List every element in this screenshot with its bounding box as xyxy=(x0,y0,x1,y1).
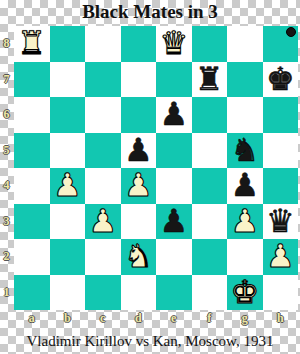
board-square-d3[interactable] xyxy=(121,204,157,240)
board-square-d5[interactable]: ♟ xyxy=(121,133,157,169)
board-square-e3[interactable]: ♟ xyxy=(156,204,192,240)
board-square-d6[interactable] xyxy=(121,97,157,133)
piece-black-pawn-d5[interactable]: ♟ xyxy=(124,133,153,169)
board-square-e1[interactable] xyxy=(156,275,192,311)
file-label-a: a xyxy=(14,311,50,326)
board-square-g4[interactable]: ♟ xyxy=(227,168,263,204)
rank-label-5: 5 xyxy=(0,133,13,169)
file-label-h: h xyxy=(263,311,299,326)
file-label-e: e xyxy=(156,311,192,326)
board-square-g1[interactable]: ♚ xyxy=(227,275,263,311)
board-square-c4[interactable] xyxy=(85,168,121,204)
board-square-b6[interactable] xyxy=(50,97,86,133)
rank-labels: 87654321 xyxy=(0,26,13,310)
board-square-g2[interactable] xyxy=(227,239,263,275)
board-square-b3[interactable] xyxy=(50,204,86,240)
file-label-g: g xyxy=(227,311,263,326)
file-labels: abcdefgh xyxy=(14,311,298,326)
board-square-a7[interactable] xyxy=(14,62,50,98)
board-square-f2[interactable] xyxy=(192,239,228,275)
board-square-a1[interactable] xyxy=(14,275,50,311)
board-square-e2[interactable] xyxy=(156,239,192,275)
board-square-h5[interactable] xyxy=(263,133,299,169)
piece-black-rook-f7[interactable]: ♜ xyxy=(195,62,224,98)
board-square-a4[interactable] xyxy=(14,168,50,204)
board-square-h4[interactable] xyxy=(263,168,299,204)
board-square-d8[interactable] xyxy=(121,26,157,62)
board-square-b8[interactable] xyxy=(50,26,86,62)
board-square-b5[interactable] xyxy=(50,133,86,169)
file-label-f: f xyxy=(192,311,228,326)
board-square-c8[interactable] xyxy=(85,26,121,62)
puzzle-page: Black Mates in 3 87654321 ♜♛♜♚♟♟♞♟♟♟♟♟♟♛… xyxy=(0,0,300,354)
board-square-f5[interactable] xyxy=(192,133,228,169)
board-square-h1[interactable] xyxy=(263,275,299,311)
rank-label-2: 2 xyxy=(0,239,13,275)
board-square-b2[interactable] xyxy=(50,239,86,275)
piece-white-pawn-g3[interactable]: ♟ xyxy=(230,204,259,240)
piece-white-pawn-c3[interactable]: ♟ xyxy=(88,204,117,240)
board-square-d2[interactable]: ♞ xyxy=(121,239,157,275)
board-square-f8[interactable] xyxy=(192,26,228,62)
board-square-e5[interactable] xyxy=(156,133,192,169)
board-square-f1[interactable] xyxy=(192,275,228,311)
board-square-g5[interactable]: ♞ xyxy=(227,133,263,169)
board-square-a6[interactable] xyxy=(14,97,50,133)
black-to-move-indicator xyxy=(286,27,296,37)
board-square-a8[interactable]: ♜ xyxy=(14,26,50,62)
board-square-g7[interactable] xyxy=(227,62,263,98)
board-square-a3[interactable] xyxy=(14,204,50,240)
board-square-d1[interactable] xyxy=(121,275,157,311)
chess-board: ♜♛♜♚♟♟♞♟♟♟♟♟♟♛♞♟♚ xyxy=(14,26,298,310)
piece-white-queen-e8[interactable]: ♛ xyxy=(159,26,188,62)
board-square-f4[interactable] xyxy=(192,168,228,204)
board-square-e8[interactable]: ♛ xyxy=(156,26,192,62)
piece-black-knight-g5[interactable]: ♞ xyxy=(230,133,259,169)
file-label-b: b xyxy=(50,311,86,326)
piece-black-king-h7[interactable]: ♚ xyxy=(266,62,295,98)
piece-white-pawn-d4[interactable]: ♟ xyxy=(124,168,153,204)
board-square-c2[interactable] xyxy=(85,239,121,275)
game-caption: Vladimir Kirillov vs Kan, Moscow, 1931 xyxy=(0,333,300,350)
board-square-b1[interactable] xyxy=(50,275,86,311)
file-label-d: d xyxy=(121,311,157,326)
board-square-e7[interactable] xyxy=(156,62,192,98)
board-square-b7[interactable] xyxy=(50,62,86,98)
board-square-f6[interactable] xyxy=(192,97,228,133)
board-square-a2[interactable] xyxy=(14,239,50,275)
board-square-f3[interactable] xyxy=(192,204,228,240)
piece-black-pawn-g4[interactable]: ♟ xyxy=(230,168,259,204)
piece-white-king-g1[interactable]: ♚ xyxy=(230,275,259,311)
board-square-c1[interactable] xyxy=(85,275,121,311)
board-square-c5[interactable] xyxy=(85,133,121,169)
rank-label-4: 4 xyxy=(0,168,13,204)
board-square-e4[interactable] xyxy=(156,168,192,204)
board-square-h6[interactable] xyxy=(263,97,299,133)
piece-black-queen-h3[interactable]: ♛ xyxy=(266,204,295,240)
board-square-e6[interactable]: ♟ xyxy=(156,97,192,133)
board-square-c3[interactable]: ♟ xyxy=(85,204,121,240)
piece-white-pawn-b4[interactable]: ♟ xyxy=(53,168,82,204)
puzzle-title: Black Mates in 3 xyxy=(0,1,300,23)
board-square-d7[interactable] xyxy=(121,62,157,98)
piece-white-pawn-h2[interactable]: ♟ xyxy=(266,239,295,275)
rank-label-8: 8 xyxy=(0,26,13,62)
piece-black-pawn-e3[interactable]: ♟ xyxy=(159,204,188,240)
rank-label-7: 7 xyxy=(0,62,13,98)
board-square-f7[interactable]: ♜ xyxy=(192,62,228,98)
board-square-c6[interactable] xyxy=(85,97,121,133)
board-square-a5[interactable] xyxy=(14,133,50,169)
board-square-h3[interactable]: ♛ xyxy=(263,204,299,240)
board-square-c7[interactable] xyxy=(85,62,121,98)
board-square-h2[interactable]: ♟ xyxy=(263,239,299,275)
rank-label-6: 6 xyxy=(0,97,13,133)
piece-black-pawn-e6[interactable]: ♟ xyxy=(159,97,188,133)
board-square-b4[interactable]: ♟ xyxy=(50,168,86,204)
piece-white-rook-a8[interactable]: ♜ xyxy=(17,26,46,62)
board-square-g8[interactable] xyxy=(227,26,263,62)
board-square-g6[interactable] xyxy=(227,97,263,133)
board-square-h7[interactable]: ♚ xyxy=(263,62,299,98)
board-square-g3[interactable]: ♟ xyxy=(227,204,263,240)
piece-white-knight-d2[interactable]: ♞ xyxy=(124,239,153,275)
board-square-d4[interactable]: ♟ xyxy=(121,168,157,204)
file-label-c: c xyxy=(85,311,121,326)
rank-label-3: 3 xyxy=(0,204,13,240)
rank-label-1: 1 xyxy=(0,275,13,311)
